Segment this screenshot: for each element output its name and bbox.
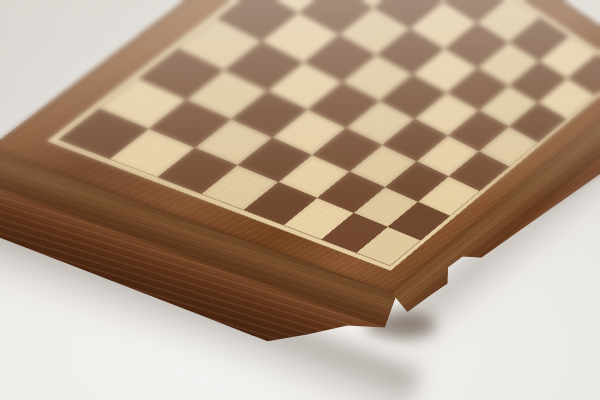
chessboard-photo-scene bbox=[0, 0, 600, 400]
